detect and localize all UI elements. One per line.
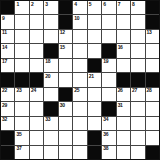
cell-8-7[interactable]: 34 xyxy=(102,117,115,130)
cell-5-4[interactable] xyxy=(59,73,72,86)
block-1-4 xyxy=(59,15,72,28)
cell-3-6[interactable] xyxy=(88,44,101,57)
cell-8-1[interactable] xyxy=(15,117,28,130)
block-9-6 xyxy=(88,131,101,144)
block-4-6 xyxy=(88,59,101,72)
clue-number-36: 36 xyxy=(102,131,108,137)
cell-6-2[interactable]: 24 xyxy=(30,88,43,101)
clue-number-12: 12 xyxy=(59,30,65,36)
cell-8-0[interactable]: 32 xyxy=(1,117,14,130)
cell-5-6[interactable]: 21 xyxy=(88,73,101,86)
cell-8-8[interactable] xyxy=(117,117,130,130)
cell-3-8[interactable]: 16 xyxy=(117,44,130,57)
clue-number-4: 4 xyxy=(73,1,76,7)
clue-number-16: 16 xyxy=(117,44,123,50)
cell-0-2[interactable]: 2 xyxy=(30,1,43,14)
cell-6-5[interactable]: 25 xyxy=(73,88,86,101)
clue-number-15: 15 xyxy=(59,44,65,50)
cell-2-9[interactable] xyxy=(131,30,144,43)
cell-5-3[interactable]: 20 xyxy=(44,73,57,86)
cell-7-0[interactable]: 29 xyxy=(1,102,14,115)
cell-6-10[interactable]: 28 xyxy=(146,88,159,101)
clue-number-1: 1 xyxy=(15,1,18,7)
cell-4-8[interactable] xyxy=(117,59,130,72)
clue-number-25: 25 xyxy=(73,88,79,94)
cell-9-1[interactable]: 35 xyxy=(15,131,28,144)
clue-number-34: 34 xyxy=(102,117,108,123)
cell-6-3[interactable] xyxy=(44,88,57,101)
cell-1-8[interactable] xyxy=(117,15,130,28)
cell-9-10[interactable] xyxy=(146,131,159,144)
clue-number-19: 19 xyxy=(102,59,108,65)
clue-number-33: 33 xyxy=(44,117,50,123)
cell-0-6[interactable]: 5 xyxy=(88,1,101,14)
cell-7-5[interactable] xyxy=(73,102,86,115)
cell-9-4[interactable] xyxy=(59,131,72,144)
cell-4-5[interactable] xyxy=(73,59,86,72)
cell-1-2[interactable] xyxy=(30,15,43,28)
cell-1-7[interactable] xyxy=(102,15,115,28)
block-5-2 xyxy=(30,73,43,86)
cell-2-3[interactable] xyxy=(44,30,57,43)
cell-6-1[interactable]: 23 xyxy=(15,88,28,101)
cell-8-6[interactable] xyxy=(88,117,101,130)
block-0-10 xyxy=(146,1,159,14)
cell-6-7[interactable] xyxy=(102,88,115,101)
block-5-0 xyxy=(1,73,14,86)
cell-0-5[interactable]: 4 xyxy=(73,1,86,14)
clue-number-30: 30 xyxy=(59,102,65,108)
block-10-10 xyxy=(146,146,159,159)
cell-4-10[interactable] xyxy=(146,59,159,72)
cell-4-4[interactable] xyxy=(59,59,72,72)
clue-number-5: 5 xyxy=(88,1,91,7)
clue-number-18: 18 xyxy=(44,59,50,65)
cell-9-2[interactable] xyxy=(30,131,43,144)
block-5-10 xyxy=(146,73,159,86)
cell-5-5[interactable] xyxy=(73,73,86,86)
clue-number-22: 22 xyxy=(1,88,7,94)
clue-number-14: 14 xyxy=(1,44,7,50)
cell-3-0[interactable]: 14 xyxy=(1,44,14,57)
cell-9-3[interactable] xyxy=(44,131,57,144)
cell-3-10[interactable] xyxy=(146,44,159,57)
cell-3-4[interactable]: 15 xyxy=(59,44,72,57)
cell-2-10[interactable]: 13 xyxy=(146,30,159,43)
cell-2-1[interactable] xyxy=(15,30,28,43)
clue-number-6: 6 xyxy=(102,1,105,7)
block-7-7 xyxy=(102,102,115,115)
cell-4-7[interactable]: 19 xyxy=(102,59,115,72)
block-3-7 xyxy=(102,44,115,57)
cell-2-8[interactable] xyxy=(117,30,130,43)
cell-10-7[interactable]: 38 xyxy=(102,146,115,159)
cell-7-1[interactable] xyxy=(15,102,28,115)
cell-6-0[interactable]: 22 xyxy=(1,88,14,101)
cell-6-9[interactable]: 27 xyxy=(131,88,144,101)
cell-0-7[interactable]: 6 xyxy=(102,1,115,14)
block-10-0 xyxy=(1,146,14,159)
clue-number-11: 11 xyxy=(1,30,7,36)
cell-9-7[interactable]: 36 xyxy=(102,131,115,144)
cell-9-5[interactable] xyxy=(73,131,86,144)
clue-number-35: 35 xyxy=(15,131,21,137)
clue-number-31: 31 xyxy=(117,102,123,108)
block-5-9 xyxy=(131,73,144,86)
clue-number-28: 28 xyxy=(146,88,152,94)
block-7-3 xyxy=(44,102,57,115)
cell-8-4[interactable] xyxy=(59,117,72,130)
clue-number-37: 37 xyxy=(15,146,21,152)
clue-number-7: 7 xyxy=(117,1,120,7)
cell-3-9[interactable] xyxy=(131,44,144,57)
cell-8-2[interactable] xyxy=(30,117,43,130)
cell-3-1[interactable] xyxy=(15,44,28,57)
cell-8-10[interactable] xyxy=(146,117,159,130)
cell-3-2[interactable] xyxy=(30,44,43,57)
clue-number-29: 29 xyxy=(1,102,7,108)
cell-10-4[interactable] xyxy=(59,146,72,159)
block-0-0 xyxy=(1,1,14,14)
cell-0-9[interactable]: 8 xyxy=(131,1,144,14)
clue-number-27: 27 xyxy=(131,88,137,94)
clue-number-17: 17 xyxy=(1,59,7,65)
cell-4-3[interactable]: 18 xyxy=(44,59,57,72)
block-6-4 xyxy=(59,88,72,101)
cell-9-9[interactable] xyxy=(131,131,144,144)
block-5-1 xyxy=(15,73,28,86)
crossword-grid: 1234567891011121314151617181920212223242… xyxy=(0,0,160,160)
cell-7-6[interactable] xyxy=(88,102,101,115)
block-0-4 xyxy=(59,1,72,14)
block-5-8 xyxy=(117,73,130,86)
block-10-6 xyxy=(88,146,101,159)
clue-number-2: 2 xyxy=(30,1,33,7)
cell-2-0[interactable]: 11 xyxy=(1,30,14,43)
cell-6-8[interactable]: 26 xyxy=(117,88,130,101)
block-3-3 xyxy=(44,44,57,57)
clue-number-26: 26 xyxy=(117,88,123,94)
clue-number-24: 24 xyxy=(30,88,36,94)
cell-3-5[interactable] xyxy=(73,44,86,57)
clue-number-32: 32 xyxy=(1,117,7,123)
cell-10-3[interactable] xyxy=(44,146,57,159)
cell-1-1[interactable] xyxy=(15,15,28,28)
clue-number-3: 3 xyxy=(44,1,47,7)
cell-10-9[interactable] xyxy=(131,146,144,159)
cell-4-2[interactable] xyxy=(30,59,43,72)
clue-number-13: 13 xyxy=(146,30,152,36)
cell-8-3[interactable]: 33 xyxy=(44,117,57,130)
cell-7-4[interactable]: 30 xyxy=(59,102,72,115)
clue-number-10: 10 xyxy=(73,15,79,21)
cell-8-9[interactable] xyxy=(131,117,144,130)
cell-10-2[interactable] xyxy=(30,146,43,159)
block-1-10 xyxy=(146,15,159,28)
cell-1-9[interactable] xyxy=(131,15,144,28)
clue-number-21: 21 xyxy=(88,73,94,79)
cell-0-3[interactable]: 3 xyxy=(44,1,57,14)
cell-6-6[interactable] xyxy=(88,88,101,101)
cell-5-7[interactable] xyxy=(102,73,115,86)
clue-number-20: 20 xyxy=(44,73,50,79)
crossword-puzzle: 1234567891011121314151617181920212223242… xyxy=(0,0,160,160)
cell-4-1[interactable] xyxy=(15,59,28,72)
cell-7-9[interactable] xyxy=(131,102,144,115)
cell-2-5[interactable] xyxy=(73,30,86,43)
cell-2-2[interactable] xyxy=(30,30,43,43)
cell-7-2[interactable] xyxy=(30,102,43,115)
cell-0-1[interactable]: 1 xyxy=(15,1,28,14)
clue-number-23: 23 xyxy=(15,88,21,94)
cell-10-5[interactable] xyxy=(73,146,86,159)
cell-7-10[interactable] xyxy=(146,102,159,115)
clue-number-8: 8 xyxy=(131,1,134,7)
block-9-0 xyxy=(1,131,14,144)
cell-4-9[interactable] xyxy=(131,59,144,72)
cell-1-0[interactable]: 9 xyxy=(1,15,14,28)
cell-10-8[interactable] xyxy=(117,146,130,159)
clue-number-38: 38 xyxy=(102,146,108,152)
clue-number-9: 9 xyxy=(1,15,4,21)
cell-4-0[interactable]: 17 xyxy=(1,59,14,72)
cell-1-6[interactable] xyxy=(88,15,101,28)
cell-10-1[interactable]: 37 xyxy=(15,146,28,159)
cell-7-8[interactable]: 31 xyxy=(117,102,130,115)
cell-8-5[interactable] xyxy=(73,117,86,130)
cell-2-4[interactable]: 12 xyxy=(59,30,72,43)
cell-1-3[interactable] xyxy=(44,15,57,28)
cell-2-7[interactable] xyxy=(102,30,115,43)
cell-9-8[interactable] xyxy=(117,131,130,144)
cell-1-5[interactable]: 10 xyxy=(73,15,86,28)
cell-0-8[interactable]: 7 xyxy=(117,1,130,14)
cell-2-6[interactable] xyxy=(88,30,101,43)
